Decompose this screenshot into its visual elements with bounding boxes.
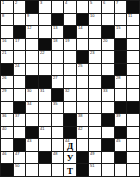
- clue-number: 35: [53, 102, 57, 106]
- block-cell: [127, 102, 139, 114]
- cell[interactable]: 29: [1, 89, 13, 101]
- cell[interactable]: 2: [14, 1, 26, 13]
- cell[interactable]: 37: [14, 114, 26, 126]
- clue-number: 47: [15, 152, 19, 156]
- cell[interactable]: 35: [52, 102, 64, 114]
- clue-number: 37: [15, 114, 19, 118]
- clue-number: 12: [27, 26, 31, 30]
- clue-number: 1: [2, 1, 4, 5]
- clue-number: 34: [27, 102, 31, 106]
- clue-number: 19: [65, 39, 69, 43]
- block-cell: [102, 76, 114, 88]
- block-cell: [115, 64, 127, 76]
- cell[interactable]: 48: [52, 152, 64, 164]
- cell[interactable]: [77, 102, 89, 114]
- cell[interactable]: У: [64, 152, 76, 164]
- block-cell: [39, 76, 51, 88]
- block-cell: [26, 127, 38, 139]
- cell[interactable]: [26, 39, 38, 51]
- clue-number: 30: [27, 89, 31, 93]
- cell[interactable]: 24: [14, 64, 26, 76]
- block-cell: [115, 127, 127, 139]
- block-cell: [39, 152, 51, 164]
- block-cell: [127, 1, 139, 13]
- cell[interactable]: [39, 14, 51, 26]
- clue-number: 17: [15, 39, 19, 43]
- cell[interactable]: Т: [64, 164, 76, 176]
- clue-number: 39: [116, 114, 120, 118]
- cell[interactable]: [102, 164, 114, 176]
- cell[interactable]: 40: [1, 127, 13, 139]
- block-cell: [115, 51, 127, 63]
- cell[interactable]: 38: [77, 114, 89, 126]
- cell[interactable]: [52, 164, 64, 176]
- block-cell: [64, 26, 76, 38]
- clue-number: 13: [53, 26, 57, 30]
- clue-number: 42: [78, 127, 82, 131]
- cell[interactable]: [52, 127, 64, 139]
- cell[interactable]: [89, 127, 101, 139]
- cell[interactable]: [127, 51, 139, 63]
- cell[interactable]: [39, 164, 51, 176]
- cell[interactable]: 25: [77, 64, 89, 76]
- cell[interactable]: [1, 139, 13, 151]
- clue-number: 24: [15, 64, 19, 68]
- cell[interactable]: 44Д: [64, 139, 76, 151]
- cell[interactable]: [127, 152, 139, 164]
- block-cell: [102, 26, 114, 38]
- cell[interactable]: 31: [39, 89, 51, 101]
- cell[interactable]: 22: [39, 51, 51, 63]
- cell[interactable]: [77, 89, 89, 101]
- cell-letter: Т: [64, 164, 76, 176]
- block-cell: [102, 114, 114, 126]
- cell[interactable]: 3: [39, 1, 51, 13]
- cell[interactable]: [127, 114, 139, 126]
- cell[interactable]: [52, 139, 64, 151]
- cell[interactable]: [127, 26, 139, 38]
- cell[interactable]: [127, 164, 139, 176]
- block-cell: [26, 76, 38, 88]
- cell[interactable]: 1: [1, 1, 13, 13]
- cell[interactable]: [52, 51, 64, 63]
- crossword-board: 1234567891011121314151617181920212223242…: [0, 0, 140, 177]
- cell[interactable]: [127, 127, 139, 139]
- cell[interactable]: 5: [89, 1, 101, 13]
- cell[interactable]: [115, 89, 127, 101]
- block-cell: [64, 127, 76, 139]
- clue-number: 22: [40, 51, 44, 55]
- cell[interactable]: 13: [52, 26, 64, 38]
- cell[interactable]: [127, 89, 139, 101]
- cell[interactable]: 30: [26, 89, 38, 101]
- cell[interactable]: 10: [89, 14, 101, 26]
- cell[interactable]: [102, 51, 114, 63]
- cell[interactable]: [14, 127, 26, 139]
- clue-number: 8: [2, 14, 4, 18]
- cell[interactable]: [77, 76, 89, 88]
- cell[interactable]: 28: [115, 76, 127, 88]
- clue-number: 4: [65, 1, 67, 5]
- block-cell: [14, 26, 26, 38]
- clue-number: 51: [90, 164, 94, 168]
- clue-number: 50: [15, 164, 19, 168]
- clue-number: 31: [40, 89, 44, 93]
- cell[interactable]: [64, 64, 76, 76]
- clue-number: 5: [90, 1, 92, 5]
- cell[interactable]: 34: [26, 102, 38, 114]
- cell[interactable]: [39, 64, 51, 76]
- block-cell: [64, 114, 76, 126]
- cell[interactable]: 46: [1, 152, 13, 164]
- cell[interactable]: [64, 51, 76, 63]
- block-cell: [102, 139, 114, 151]
- cell[interactable]: 27: [52, 76, 64, 88]
- cell[interactable]: 19: [64, 39, 76, 51]
- block-cell: [1, 164, 13, 176]
- clue-number: 7: [116, 1, 118, 5]
- cell[interactable]: 6: [102, 1, 114, 13]
- cell[interactable]: [39, 139, 51, 151]
- cell-letter: Д: [64, 139, 76, 151]
- block-cell: [77, 51, 89, 63]
- block-cell: [115, 39, 127, 51]
- cell[interactable]: [89, 26, 101, 38]
- cell[interactable]: 11: [127, 14, 139, 26]
- clue-number: 21: [2, 51, 6, 55]
- cell[interactable]: [39, 114, 51, 126]
- cell[interactable]: [26, 114, 38, 126]
- cell[interactable]: 7: [115, 1, 127, 13]
- cell[interactable]: [77, 139, 89, 151]
- block-cell: [77, 152, 89, 164]
- clue-number: 48: [53, 152, 57, 156]
- cell[interactable]: 20: [102, 39, 114, 51]
- block-cell: [14, 102, 26, 114]
- block-cell: [77, 14, 89, 26]
- cell[interactable]: [115, 14, 127, 26]
- clue-number: 9: [27, 14, 29, 18]
- cell[interactable]: [89, 76, 101, 88]
- cell[interactable]: 17: [14, 39, 26, 51]
- block-cell: [52, 14, 64, 26]
- cell[interactable]: [26, 51, 38, 63]
- cell[interactable]: 39: [115, 114, 127, 126]
- cell[interactable]: [1, 26, 13, 38]
- cell[interactable]: [127, 64, 139, 76]
- cell[interactable]: 42: [77, 127, 89, 139]
- block-cell: [1, 64, 13, 76]
- cell[interactable]: [26, 164, 38, 176]
- cell[interactable]: [89, 64, 101, 76]
- cell[interactable]: [64, 14, 76, 26]
- cell[interactable]: [14, 89, 26, 101]
- cell[interactable]: 12: [26, 26, 38, 38]
- clue-number: 16: [2, 39, 6, 43]
- clue-number: 46: [2, 152, 6, 156]
- cell[interactable]: 4: [64, 1, 76, 13]
- cell[interactable]: 26: [1, 76, 13, 88]
- cell[interactable]: 45: [115, 139, 127, 151]
- block-cell: [26, 1, 38, 13]
- cell[interactable]: [52, 114, 64, 126]
- cell-letter: У: [64, 152, 76, 164]
- block-cell: [39, 39, 51, 51]
- cell[interactable]: 23: [89, 51, 101, 63]
- cell[interactable]: [127, 139, 139, 151]
- block-cell: [52, 89, 64, 101]
- cell[interactable]: 47: [14, 152, 26, 164]
- cell[interactable]: 14: [77, 26, 89, 38]
- clue-number: 49: [90, 152, 94, 156]
- clue-number: 45: [116, 139, 120, 143]
- clue-number: 2: [15, 1, 17, 5]
- cell[interactable]: 18: [52, 39, 64, 51]
- block-cell: [14, 139, 26, 151]
- cell[interactable]: 8: [1, 14, 13, 26]
- clue-number: 27: [53, 76, 57, 80]
- cell[interactable]: [14, 14, 26, 26]
- clue-number: 26: [2, 76, 6, 80]
- cell[interactable]: [102, 152, 114, 164]
- clue-number: 40: [2, 127, 6, 131]
- cell[interactable]: [89, 102, 101, 114]
- cell[interactable]: 43: [26, 139, 38, 151]
- cell[interactable]: 36: [1, 114, 13, 126]
- cell[interactable]: [77, 1, 89, 13]
- clue-number: 23: [90, 51, 94, 55]
- clue-number: 36: [2, 114, 6, 118]
- cell[interactable]: 51: [89, 164, 101, 176]
- block-cell: [77, 164, 89, 176]
- cell[interactable]: [102, 102, 114, 114]
- clue-number: 25: [78, 64, 82, 68]
- cell[interactable]: 49: [89, 152, 101, 164]
- cell[interactable]: 32: [64, 89, 76, 101]
- cell[interactable]: [89, 139, 101, 151]
- cell[interactable]: 50: [14, 164, 26, 176]
- cell[interactable]: [26, 152, 38, 164]
- cell[interactable]: [26, 64, 38, 76]
- cell[interactable]: [127, 76, 139, 88]
- clue-number: 38: [78, 114, 82, 118]
- cell[interactable]: [52, 64, 64, 76]
- clue-number: 43: [27, 139, 31, 143]
- cell[interactable]: [102, 14, 114, 26]
- clue-number: 33: [103, 89, 107, 93]
- clue-number: 28: [116, 76, 120, 80]
- cell[interactable]: [1, 102, 13, 114]
- clue-number: 11: [128, 14, 132, 18]
- cell[interactable]: [77, 39, 89, 51]
- cell[interactable]: 33: [102, 89, 114, 101]
- block-cell: [115, 152, 127, 164]
- clue-number: 20: [103, 39, 107, 43]
- clue-number: 29: [2, 89, 6, 93]
- cell[interactable]: 21: [1, 51, 13, 63]
- cell[interactable]: [115, 164, 127, 176]
- clue-number: 18: [53, 39, 57, 43]
- clue-number: 15: [116, 26, 120, 30]
- clue-number: 32: [65, 89, 69, 93]
- cell[interactable]: 9: [26, 14, 38, 26]
- cell[interactable]: [39, 102, 51, 114]
- clue-number: 14: [78, 26, 82, 30]
- cell[interactable]: [89, 89, 101, 101]
- clue-number: 6: [103, 1, 105, 5]
- crossword-page: 1234567891011121314151617181920212223242…: [0, 0, 140, 177]
- clue-number: 3: [40, 1, 42, 5]
- cell[interactable]: [102, 64, 114, 76]
- clue-number: 41: [40, 127, 44, 131]
- cell[interactable]: [39, 26, 51, 38]
- cell[interactable]: [64, 76, 76, 88]
- cell[interactable]: [102, 127, 114, 139]
- cell[interactable]: 15: [115, 26, 127, 38]
- cell[interactable]: [64, 102, 76, 114]
- cell[interactable]: [89, 39, 101, 51]
- cell[interactable]: [52, 1, 64, 13]
- cell[interactable]: 41: [39, 127, 51, 139]
- cell[interactable]: [14, 76, 26, 88]
- cell[interactable]: [89, 114, 101, 126]
- clue-number: 10: [90, 14, 94, 18]
- cell[interactable]: [14, 51, 26, 63]
- cell[interactable]: 16: [1, 39, 13, 51]
- cell[interactable]: [127, 39, 139, 51]
- block-cell: [115, 102, 127, 114]
